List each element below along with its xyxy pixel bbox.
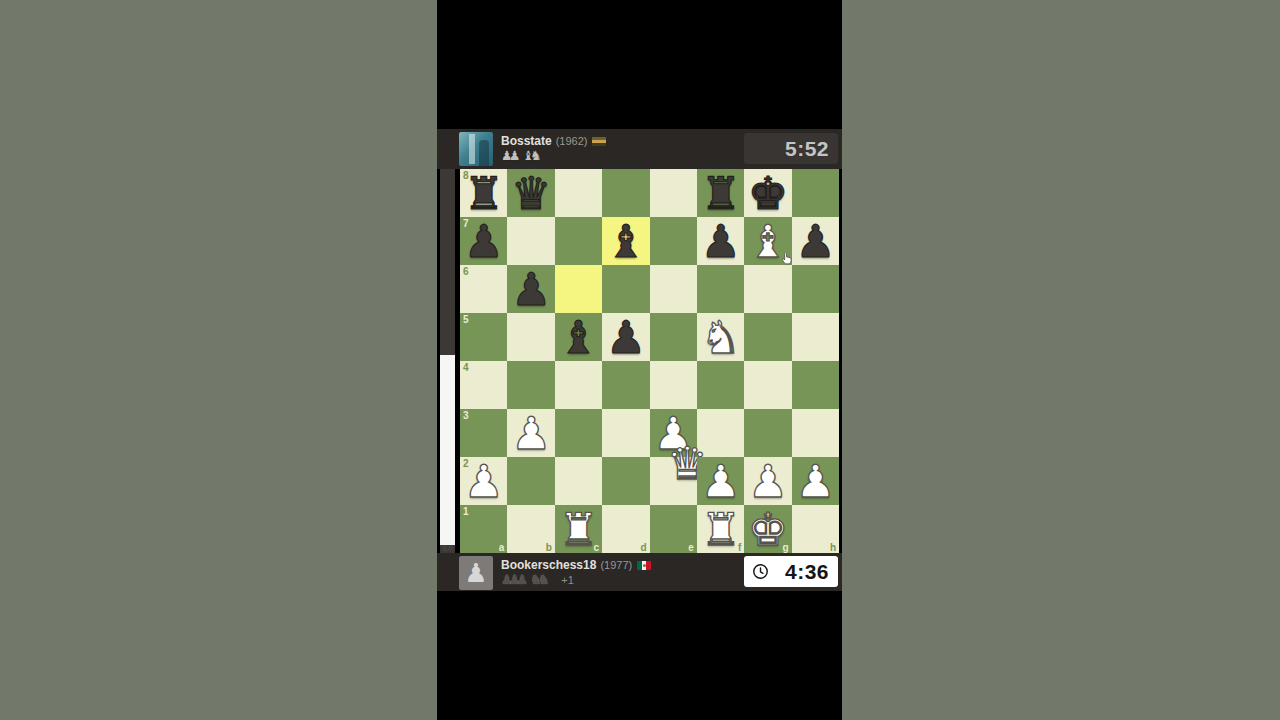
bottom-player-bar: ♟ Bookerschess18(1977) ♟♟♟♞♞+1 4:36 [437, 553, 842, 591]
top-player-info: Bosstate(1962) [501, 133, 606, 148]
blurred-background-right [842, 0, 1280, 720]
square-g3[interactable] [744, 409, 791, 457]
hand-cursor-icon [779, 250, 795, 266]
square-g6[interactable] [744, 265, 791, 313]
rank-label-6: 6 [463, 266, 469, 277]
square-h7[interactable]: ♟ [792, 217, 839, 265]
square-h6[interactable] [792, 265, 839, 313]
square-e6[interactable] [650, 265, 697, 313]
white-pawn-b3: ♟ [507, 409, 554, 457]
square-b1[interactable]: b [507, 505, 554, 553]
square-d4[interactable] [602, 361, 649, 409]
rank-label-3: 3 [463, 410, 469, 421]
square-a2[interactable]: 2♟ [460, 457, 507, 505]
square-e8[interactable] [650, 169, 697, 217]
black-king-g8: ♚ [744, 169, 791, 217]
evaluation-bar: 0.0 [440, 169, 455, 553]
square-d7[interactable]: ♝ [602, 217, 649, 265]
square-h1[interactable]: h [792, 505, 839, 553]
square-b4[interactable] [507, 361, 554, 409]
square-e2[interactable]: ♛ [650, 457, 697, 505]
captured-pawn-icon: ♟ [509, 148, 521, 164]
square-e5[interactable] [650, 313, 697, 361]
blurred-background-left [0, 0, 437, 720]
top-player-clock: 5:52 [744, 133, 838, 164]
rank-label-7: 7 [463, 218, 469, 229]
bottom-player-rating: (1977) [600, 559, 632, 571]
square-e1[interactable]: e [650, 505, 697, 553]
square-b7[interactable] [507, 217, 554, 265]
bottom-player-captured-tray: ♟♟♟♞♞+1 [501, 572, 574, 588]
square-c7[interactable] [555, 217, 602, 265]
square-a6[interactable]: 6 [460, 265, 507, 313]
white-pawn-f2: ♟ [697, 457, 744, 505]
square-g7[interactable]: ♝ [744, 217, 791, 265]
square-d8[interactable] [602, 169, 649, 217]
square-e3[interactable]: ♟ [650, 409, 697, 457]
black-bishop-c5: ♝ [555, 313, 602, 361]
square-h3[interactable] [792, 409, 839, 457]
top-player-avatar[interactable] [459, 132, 493, 166]
square-g2[interactable]: ♟ [744, 457, 791, 505]
file-label-b: b [546, 542, 552, 553]
square-a1[interactable]: 1a [460, 505, 507, 553]
rank-label-5: 5 [463, 314, 469, 325]
square-g4[interactable] [744, 361, 791, 409]
square-f3[interactable] [697, 409, 744, 457]
captured-knight-icon: ♞ [530, 148, 542, 164]
top-player-name[interactable]: Bosstate [501, 134, 552, 148]
square-f2[interactable]: ♟ [697, 457, 744, 505]
white-pawn-g2: ♟ [744, 457, 791, 505]
square-c4[interactable] [555, 361, 602, 409]
bottom-player-name[interactable]: Bookerschess18 [501, 558, 596, 572]
bottom-player-clock: 4:36 [744, 556, 838, 587]
chess-board: 8♜♛♜♚7♟♝♟♝♟6♟5♝♟♞43♟♟2♟♛♟♟♟1abc♜def♜g♚h [460, 169, 839, 553]
chess-app-column: Bosstate(1962) ♟♟♝♞ 5:52 0.0 8♜♛♜♚7♟♝♟♝♟… [437, 0, 842, 720]
file-label-a: a [499, 542, 505, 553]
video-frame: Bosstate(1962) ♟♟♝♞ 5:52 0.0 8♜♛♜♚7♟♝♟♝♟… [0, 0, 1280, 720]
square-h5[interactable] [792, 313, 839, 361]
square-h4[interactable] [792, 361, 839, 409]
square-a7[interactable]: 7♟ [460, 217, 507, 265]
square-a8[interactable]: 8♜ [460, 169, 507, 217]
bottom-player-clock-time: 4:36 [785, 560, 838, 584]
square-c6[interactable] [555, 265, 602, 313]
square-g5[interactable] [744, 313, 791, 361]
black-pawn-d5: ♟ [602, 313, 649, 361]
square-d6[interactable] [602, 265, 649, 313]
bottom-player-avatar[interactable]: ♟ [459, 556, 493, 590]
top-player-clock-time: 5:52 [785, 137, 838, 161]
square-b8[interactable]: ♛ [507, 169, 554, 217]
square-c8[interactable] [555, 169, 602, 217]
square-c3[interactable] [555, 409, 602, 457]
file-label-c: c [594, 542, 600, 553]
rank-label-4: 4 [463, 362, 469, 373]
black-queen-b8: ♛ [507, 169, 554, 217]
square-b2[interactable] [507, 457, 554, 505]
file-label-h: h [830, 542, 836, 553]
black-pawn-h7: ♟ [792, 217, 839, 265]
material-advantage: +1 [561, 574, 574, 586]
square-h8[interactable] [792, 169, 839, 217]
top-player-captured-tray: ♟♟♝♞ [501, 148, 544, 164]
file-label-e: e [688, 542, 694, 553]
file-label-g: g [783, 542, 789, 553]
white-knight-f5: ♞ [697, 313, 744, 361]
square-c2[interactable] [555, 457, 602, 505]
file-label-f: f [738, 542, 741, 553]
square-f6[interactable] [697, 265, 744, 313]
top-player-flag-icon [592, 137, 606, 146]
square-d5[interactable]: ♟ [602, 313, 649, 361]
square-g8[interactable]: ♚ [744, 169, 791, 217]
square-d3[interactable] [602, 409, 649, 457]
rank-label-2: 2 [463, 458, 469, 469]
square-c1[interactable]: c♜ [555, 505, 602, 553]
square-b3[interactable]: ♟ [507, 409, 554, 457]
square-b6[interactable]: ♟ [507, 265, 554, 313]
black-bishop-d7: ♝ [602, 217, 649, 265]
square-h2[interactable]: ♟ [792, 457, 839, 505]
black-rook-f8: ♜ [697, 169, 744, 217]
square-f4[interactable] [697, 361, 744, 409]
square-a3[interactable]: 3 [460, 409, 507, 457]
bottom-player-flag-icon [637, 561, 651, 570]
square-b5[interactable] [507, 313, 554, 361]
bottom-player-info: Bookerschess18(1977) [501, 557, 651, 572]
square-e4[interactable] [650, 361, 697, 409]
square-f8[interactable]: ♜ [697, 169, 744, 217]
rank-label-1: 1 [463, 506, 469, 517]
clock-icon [752, 563, 769, 580]
square-a5[interactable]: 5 [460, 313, 507, 361]
white-pawn-h2: ♟ [792, 457, 839, 505]
black-pawn-b6: ♟ [507, 265, 554, 313]
square-d2[interactable] [602, 457, 649, 505]
captured-knight-icon: ♞ [538, 572, 550, 588]
evaluation-bar-white-part [440, 355, 455, 545]
square-e7[interactable] [650, 217, 697, 265]
square-f7[interactable]: ♟ [697, 217, 744, 265]
square-d1[interactable]: d [602, 505, 649, 553]
square-c5[interactable]: ♝ [555, 313, 602, 361]
white-pawn-e3: ♟ [650, 409, 697, 457]
square-f1[interactable]: f♜ [697, 505, 744, 553]
top-player-bar: Bosstate(1962) ♟♟♝♞ 5:52 [437, 129, 842, 169]
top-player-rating: (1962) [556, 135, 588, 147]
black-pawn-f7: ♟ [697, 217, 744, 265]
square-f5[interactable]: ♞ [697, 313, 744, 361]
rank-label-8: 8 [463, 170, 469, 181]
square-a4[interactable]: 4 [460, 361, 507, 409]
captured-pawn-icon: ♟ [516, 572, 528, 588]
square-g1[interactable]: g♚ [744, 505, 791, 553]
evaluation-value: 0.0 [440, 545, 455, 552]
file-label-d: d [640, 542, 646, 553]
